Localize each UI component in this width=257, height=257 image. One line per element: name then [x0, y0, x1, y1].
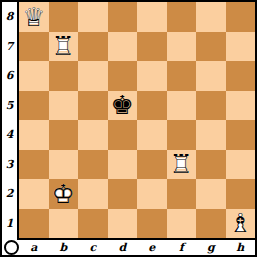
- white-queen-icon: ♕: [19, 2, 49, 32]
- square-d8[interactable]: [108, 2, 138, 32]
- square-f1[interactable]: [167, 209, 197, 239]
- rank-labels: 8 7 6 5 4 3 2 1: [2, 2, 17, 238]
- white-rook[interactable]: ♜♖: [167, 150, 197, 180]
- rank-label-1: 1: [2, 209, 17, 239]
- black-king-icon: ♚: [108, 91, 138, 121]
- square-b2[interactable]: ♚♔: [49, 179, 79, 209]
- square-a3[interactable]: [19, 150, 49, 180]
- square-a2[interactable]: [19, 179, 49, 209]
- square-d1[interactable]: [108, 209, 138, 239]
- square-h7[interactable]: [226, 32, 256, 62]
- file-label-a: a: [19, 240, 49, 255]
- square-h4[interactable]: [226, 120, 256, 150]
- white-rook[interactable]: ♜♖: [49, 32, 79, 62]
- square-h6[interactable]: [226, 61, 256, 91]
- black-king[interactable]: ♚: [108, 91, 138, 121]
- square-e2[interactable]: [137, 179, 167, 209]
- square-f6[interactable]: [167, 61, 197, 91]
- square-g3[interactable]: [196, 150, 226, 180]
- square-b6[interactable]: [49, 61, 79, 91]
- square-c4[interactable]: [78, 120, 108, 150]
- rank-label-2: 2: [2, 179, 17, 209]
- square-h1[interactable]: ♝♗: [226, 209, 256, 239]
- square-g6[interactable]: [196, 61, 226, 91]
- file-label-e: e: [137, 240, 167, 255]
- square-e6[interactable]: [137, 61, 167, 91]
- square-a8[interactable]: ♛♕: [19, 2, 49, 32]
- square-g2[interactable]: [196, 179, 226, 209]
- square-c2[interactable]: [78, 179, 108, 209]
- square-f5[interactable]: [167, 91, 197, 121]
- white-bishop-icon: ♗: [226, 209, 256, 239]
- square-e4[interactable]: [137, 120, 167, 150]
- white-king[interactable]: ♚♔: [49, 179, 79, 209]
- square-g1[interactable]: [196, 209, 226, 239]
- white-king-icon: ♔: [49, 179, 79, 209]
- chess-diagram: 8 7 6 5 4 3 2 1 ♛♕♜♖♚♜♖♚♔♝♗ a b c d e f …: [0, 0, 257, 257]
- white-rook-icon: ♖: [167, 150, 197, 180]
- square-a5[interactable]: [19, 91, 49, 121]
- white-queen[interactable]: ♛♕: [19, 2, 49, 32]
- square-b1[interactable]: [49, 209, 79, 239]
- file-label-g: g: [196, 240, 226, 255]
- square-g4[interactable]: [196, 120, 226, 150]
- square-c5[interactable]: [78, 91, 108, 121]
- rank-label-3: 3: [2, 150, 17, 180]
- square-e7[interactable]: [137, 32, 167, 62]
- board: ♛♕♜♖♚♜♖♚♔♝♗: [19, 2, 255, 238]
- file-label-c: c: [78, 240, 108, 255]
- square-f8[interactable]: [167, 2, 197, 32]
- square-h3[interactable]: [226, 150, 256, 180]
- square-d5[interactable]: ♚: [108, 91, 138, 121]
- square-c1[interactable]: [78, 209, 108, 239]
- square-c7[interactable]: [78, 32, 108, 62]
- white-to-move-indicator-icon: [4, 240, 19, 255]
- rank-label-5: 5: [2, 91, 17, 121]
- square-c6[interactable]: [78, 61, 108, 91]
- square-d7[interactable]: [108, 32, 138, 62]
- square-f2[interactable]: [167, 179, 197, 209]
- file-label-h: h: [226, 240, 256, 255]
- white-rook-icon: ♖: [49, 32, 79, 62]
- square-a6[interactable]: [19, 61, 49, 91]
- square-b8[interactable]: [49, 2, 79, 32]
- square-e1[interactable]: [137, 209, 167, 239]
- square-e8[interactable]: [137, 2, 167, 32]
- square-b7[interactable]: ♜♖: [49, 32, 79, 62]
- rank-label-8: 8: [2, 2, 17, 32]
- square-e5[interactable]: [137, 91, 167, 121]
- file-label-b: b: [49, 240, 79, 255]
- square-h8[interactable]: [226, 2, 256, 32]
- square-a4[interactable]: [19, 120, 49, 150]
- side-to-move-cell: [2, 240, 19, 255]
- square-a7[interactable]: [19, 32, 49, 62]
- file-label-f: f: [167, 240, 197, 255]
- square-f3[interactable]: ♜♖: [167, 150, 197, 180]
- square-e3[interactable]: [137, 150, 167, 180]
- file-labels: a b c d e f g h: [19, 240, 255, 255]
- square-c8[interactable]: [78, 2, 108, 32]
- file-label-d: d: [108, 240, 138, 255]
- square-b3[interactable]: [49, 150, 79, 180]
- square-d4[interactable]: [108, 120, 138, 150]
- rank-label-6: 6: [2, 61, 17, 91]
- square-h2[interactable]: [226, 179, 256, 209]
- square-g7[interactable]: [196, 32, 226, 62]
- square-h5[interactable]: [226, 91, 256, 121]
- rank-label-4: 4: [2, 120, 17, 150]
- square-g5[interactable]: [196, 91, 226, 121]
- square-b4[interactable]: [49, 120, 79, 150]
- square-g8[interactable]: [196, 2, 226, 32]
- square-b5[interactable]: [49, 91, 79, 121]
- square-c3[interactable]: [78, 150, 108, 180]
- square-f7[interactable]: [167, 32, 197, 62]
- square-d6[interactable]: [108, 61, 138, 91]
- white-bishop[interactable]: ♝♗: [226, 209, 256, 239]
- square-d2[interactable]: [108, 179, 138, 209]
- rank-label-7: 7: [2, 32, 17, 62]
- square-d3[interactable]: [108, 150, 138, 180]
- square-f4[interactable]: [167, 120, 197, 150]
- square-a1[interactable]: [19, 209, 49, 239]
